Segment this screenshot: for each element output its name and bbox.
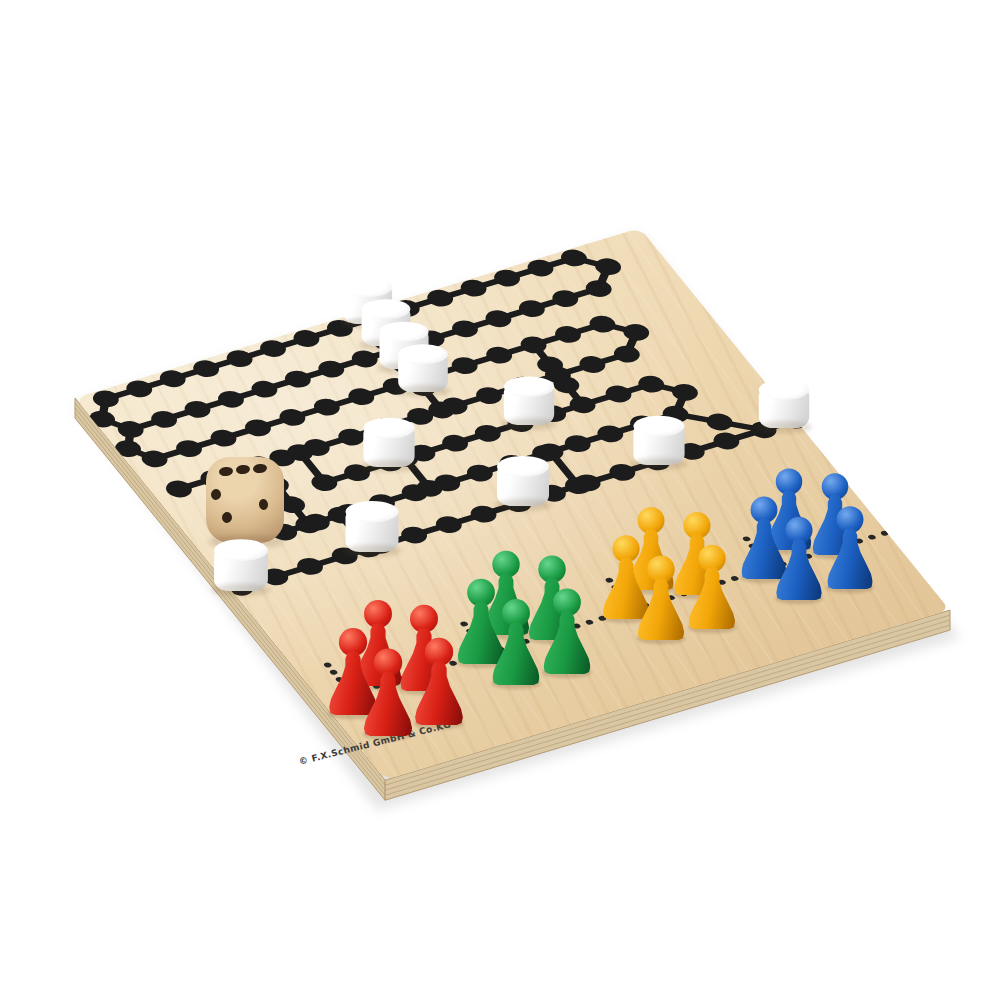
barricade-piece[interactable] [504,386,554,425]
die-pip [211,488,222,500]
pawn-body [637,578,683,640]
pawn-blue[interactable] [776,517,822,600]
pawn-body [689,567,735,629]
pawn-body [364,672,412,737]
pawn-blue[interactable] [827,506,873,589]
pawn-red[interactable] [415,638,463,725]
barricade-piece[interactable] [759,389,809,428]
barricade-piece[interactable] [346,511,399,552]
pawn-body [415,661,463,725]
pawn-yellow[interactable] [637,556,683,640]
pawn-body [493,622,540,685]
die-showing-3[interactable] [206,457,284,543]
pawn-green[interactable] [493,599,540,685]
die-pip [259,498,269,510]
product-photo-stage: © F.X.Schmid GmbH & Co.KG [0,0,1000,1000]
die-pip [236,464,251,474]
barricade-piece[interactable] [398,353,448,391]
barricade-piece[interactable] [363,428,414,467]
die-pip [222,511,233,523]
pawn-red[interactable] [364,649,412,737]
pawn-body [776,539,822,600]
barricade-piece[interactable] [497,466,549,506]
pawn-body [827,528,873,589]
pawn-yellow[interactable] [689,545,735,629]
barricade-piece[interactable] [214,550,268,591]
pawn-green[interactable] [544,588,591,674]
die-pip [219,466,234,476]
pawn-body [544,611,591,674]
barricade-piece[interactable] [633,426,684,465]
die-pip [253,463,268,473]
